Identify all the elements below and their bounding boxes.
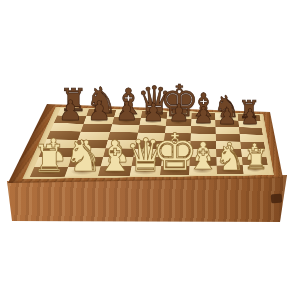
piece-black-pawn-h7[interactable]: ♟ bbox=[240, 106, 259, 127]
piece-white-knight-g1[interactable]: ♞ bbox=[215, 141, 246, 176]
piece-black-pawn-g7[interactable]: ♟ bbox=[217, 105, 237, 127]
piece-black-pawn-c7[interactable]: ♟ bbox=[115, 100, 138, 126]
box-latch-detail bbox=[271, 194, 283, 204]
piece-black-pawn-b7[interactable]: ♟ bbox=[87, 98, 111, 125]
pieces-layer: ♜♞♝♛♚♝♞♜♟♟♟♟♟♟♟♟♟♟♟♟♟♟♟♟♜♞♝♛♚♝♞♜ bbox=[0, 0, 300, 300]
chess-set-photo: ♜♞♝♛♚♝♞♜♟♟♟♟♟♟♟♟♟♟♟♟♟♟♟♟♜♞♝♛♚♝♞♜ bbox=[0, 0, 300, 300]
piece-black-pawn-a7[interactable]: ♟ bbox=[58, 96, 83, 124]
piece-white-rook-h1[interactable]: ♜ bbox=[243, 146, 268, 174]
piece-white-rook-a1[interactable]: ♜ bbox=[32, 140, 66, 178]
